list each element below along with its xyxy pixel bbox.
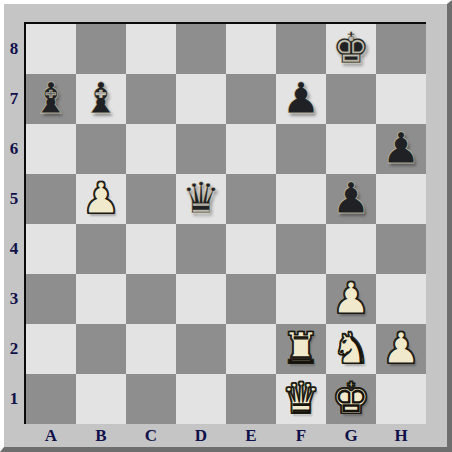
- black-queen: ♛: [182, 177, 221, 220]
- white-pawn: ♟: [82, 177, 121, 220]
- file-label-c: C: [126, 424, 176, 447]
- white-pawn: ♟: [332, 277, 371, 320]
- white-knight: ♞: [332, 327, 371, 370]
- square-h1[interactable]: [376, 374, 426, 424]
- chess-board: ♚♝♝♟♟♟♛♟♟♜♞♟♛♚: [24, 22, 426, 424]
- square-c3[interactable]: [126, 274, 176, 324]
- rank-label-8: 8: [4, 24, 24, 74]
- white-queen: ♛: [282, 377, 321, 420]
- square-b4[interactable]: [76, 224, 126, 274]
- square-c8[interactable]: [126, 24, 176, 74]
- file-label-b: B: [76, 424, 126, 447]
- rank-labels: 87654321: [4, 24, 24, 424]
- square-f3[interactable]: [276, 274, 326, 324]
- square-b5[interactable]: ♟: [76, 174, 126, 224]
- black-pawn: ♟: [382, 127, 421, 170]
- square-d8[interactable]: [176, 24, 226, 74]
- square-e6[interactable]: [226, 124, 276, 174]
- square-c5[interactable]: [126, 174, 176, 224]
- white-rook: ♜: [282, 327, 321, 370]
- square-c7[interactable]: [126, 74, 176, 124]
- square-b6[interactable]: [76, 124, 126, 174]
- square-f8[interactable]: [276, 24, 326, 74]
- square-h8[interactable]: [376, 24, 426, 74]
- black-pawn: ♟: [282, 77, 321, 120]
- square-f2[interactable]: ♜: [276, 324, 326, 374]
- square-f6[interactable]: [276, 124, 326, 174]
- square-c2[interactable]: [126, 324, 176, 374]
- square-a6[interactable]: [26, 124, 76, 174]
- file-label-e: E: [226, 424, 276, 447]
- square-e1[interactable]: [226, 374, 276, 424]
- square-g1[interactable]: ♚: [326, 374, 376, 424]
- square-b2[interactable]: [76, 324, 126, 374]
- rank-label-5: 5: [4, 174, 24, 224]
- rank-label-2: 2: [4, 324, 24, 374]
- square-h2[interactable]: ♟: [376, 324, 426, 374]
- square-h7[interactable]: [376, 74, 426, 124]
- white-pawn: ♟: [382, 327, 421, 370]
- square-f4[interactable]: [276, 224, 326, 274]
- square-d5[interactable]: ♛: [176, 174, 226, 224]
- rank-label-6: 6: [4, 124, 24, 174]
- square-a8[interactable]: [26, 24, 76, 74]
- square-e3[interactable]: [226, 274, 276, 324]
- square-g2[interactable]: ♞: [326, 324, 376, 374]
- file-label-g: G: [326, 424, 376, 447]
- square-d1[interactable]: [176, 374, 226, 424]
- square-a2[interactable]: [26, 324, 76, 374]
- square-e2[interactable]: [226, 324, 276, 374]
- square-b3[interactable]: [76, 274, 126, 324]
- square-b7[interactable]: ♝: [76, 74, 126, 124]
- square-g5[interactable]: ♟: [326, 174, 376, 224]
- square-g7[interactable]: [326, 74, 376, 124]
- file-label-h: H: [376, 424, 426, 447]
- square-e8[interactable]: [226, 24, 276, 74]
- square-g8[interactable]: ♚: [326, 24, 376, 74]
- square-c1[interactable]: [126, 374, 176, 424]
- square-a4[interactable]: [26, 224, 76, 274]
- square-a5[interactable]: [26, 174, 76, 224]
- chess-diagram-frame: 87654321 ♚♝♝♟♟♟♛♟♟♜♞♟♛♚ ABCDEFGH: [0, 0, 452, 452]
- square-g3[interactable]: ♟: [326, 274, 376, 324]
- square-h4[interactable]: [376, 224, 426, 274]
- rank-label-4: 4: [4, 224, 24, 274]
- square-c4[interactable]: [126, 224, 176, 274]
- square-d2[interactable]: [176, 324, 226, 374]
- rank-label-7: 7: [4, 74, 24, 124]
- square-f5[interactable]: [276, 174, 326, 224]
- square-d4[interactable]: [176, 224, 226, 274]
- square-h5[interactable]: [376, 174, 426, 224]
- square-b1[interactable]: [76, 374, 126, 424]
- square-g6[interactable]: [326, 124, 376, 174]
- file-label-a: A: [26, 424, 76, 447]
- square-h6[interactable]: ♟: [376, 124, 426, 174]
- square-a1[interactable]: [26, 374, 76, 424]
- black-pawn: ♟: [332, 177, 371, 220]
- square-d6[interactable]: [176, 124, 226, 174]
- square-f1[interactable]: ♛: [276, 374, 326, 424]
- square-a3[interactable]: [26, 274, 76, 324]
- square-g4[interactable]: [326, 224, 376, 274]
- rank-label-1: 1: [4, 374, 24, 424]
- square-h3[interactable]: [376, 274, 426, 324]
- white-king: ♚: [332, 377, 371, 420]
- square-c6[interactable]: [126, 124, 176, 174]
- square-d3[interactable]: [176, 274, 226, 324]
- black-king: ♚: [332, 27, 371, 70]
- square-d7[interactable]: [176, 74, 226, 124]
- square-b8[interactable]: [76, 24, 126, 74]
- rank-label-3: 3: [4, 274, 24, 324]
- square-f7[interactable]: ♟: [276, 74, 326, 124]
- square-a7[interactable]: ♝: [26, 74, 76, 124]
- square-e7[interactable]: [226, 74, 276, 124]
- file-label-f: F: [276, 424, 326, 447]
- file-label-d: D: [176, 424, 226, 447]
- square-e5[interactable]: [226, 174, 276, 224]
- black-bishop: ♝: [32, 77, 71, 120]
- file-labels: ABCDEFGH: [26, 424, 426, 447]
- black-bishop: ♝: [82, 77, 121, 120]
- square-e4[interactable]: [226, 224, 276, 274]
